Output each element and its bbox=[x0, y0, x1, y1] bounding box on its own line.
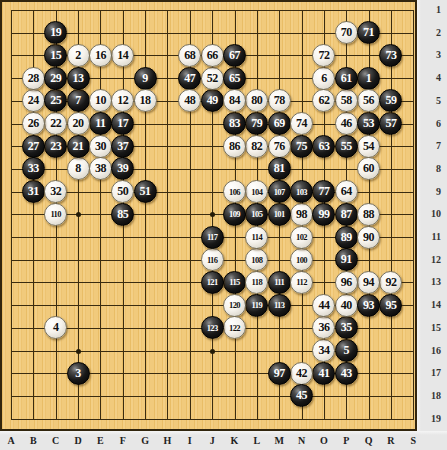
stone-46-P6: 46 bbox=[335, 112, 358, 135]
stone-39-F8: 39 bbox=[111, 157, 134, 180]
stone-68-I3: 68 bbox=[178, 44, 201, 67]
stone-23-C7: 23 bbox=[44, 135, 67, 158]
stone-121-J13: 121 bbox=[201, 271, 224, 294]
stone-4-C15: 4 bbox=[44, 316, 67, 339]
column-label-N: N bbox=[292, 434, 312, 447]
row-label-16: 16 bbox=[419, 345, 441, 357]
stone-94-Q13: 94 bbox=[357, 271, 380, 294]
column-label-R: R bbox=[381, 434, 401, 447]
star-point-J16 bbox=[210, 349, 215, 354]
column-label-B: B bbox=[23, 434, 43, 447]
row-label-13: 13 bbox=[419, 276, 441, 288]
stone-101-M10: 101 bbox=[268, 203, 291, 226]
column-label-E: E bbox=[90, 434, 110, 447]
stone-28-B4: 28 bbox=[22, 67, 45, 90]
stone-79-L6: 79 bbox=[245, 112, 268, 135]
column-label-H: H bbox=[157, 434, 177, 447]
stone-54-Q7: 54 bbox=[357, 135, 380, 158]
stone-99-O10: 99 bbox=[312, 203, 335, 226]
stone-47-I4: 47 bbox=[178, 67, 201, 90]
row-label-17: 17 bbox=[419, 367, 441, 379]
stone-106-K9: 106 bbox=[223, 180, 246, 203]
stone-116-J12: 116 bbox=[201, 248, 224, 271]
stone-66-J3: 66 bbox=[201, 44, 224, 67]
stone-81-M8: 81 bbox=[268, 157, 291, 180]
column-coordinate-strip: ABCDEFGHIJKLMNOPQRS bbox=[0, 431, 447, 450]
stone-85-F10: 85 bbox=[111, 203, 134, 226]
row-label-7: 7 bbox=[419, 140, 441, 152]
stone-82-L7: 82 bbox=[245, 135, 268, 158]
row-label-11: 11 bbox=[419, 231, 441, 243]
stone-75-N7: 75 bbox=[290, 135, 313, 158]
row-label-10: 10 bbox=[419, 208, 441, 220]
stone-55-P7: 55 bbox=[335, 135, 358, 158]
stone-7-D5: 7 bbox=[67, 89, 90, 112]
stone-65-K4: 65 bbox=[223, 67, 246, 90]
stone-71-Q2: 71 bbox=[357, 21, 380, 44]
row-label-12: 12 bbox=[419, 254, 441, 266]
stone-27-B7: 27 bbox=[22, 135, 45, 158]
row-label-15: 15 bbox=[419, 322, 441, 334]
column-label-G: G bbox=[135, 434, 155, 447]
stone-15-C3: 15 bbox=[44, 44, 67, 67]
grid-line-col-E bbox=[100, 10, 101, 420]
stone-111-M13: 111 bbox=[268, 271, 291, 294]
stone-109-K10: 109 bbox=[223, 203, 246, 226]
stone-9-G4: 9 bbox=[134, 67, 157, 90]
star-point-D16 bbox=[76, 349, 81, 354]
column-label-S: S bbox=[403, 434, 423, 447]
row-label-1: 1 bbox=[419, 4, 441, 16]
stone-29-C4: 29 bbox=[44, 67, 67, 90]
stone-96-P13: 96 bbox=[335, 271, 358, 294]
stone-38-E8: 38 bbox=[89, 157, 112, 180]
stone-40-P14: 40 bbox=[335, 294, 358, 317]
stone-8-D8: 8 bbox=[67, 157, 90, 180]
stone-44-O14: 44 bbox=[312, 294, 335, 317]
column-label-P: P bbox=[336, 434, 356, 447]
stone-91-P12: 91 bbox=[335, 248, 358, 271]
stone-100-N12: 100 bbox=[290, 248, 313, 271]
grid-line-col-S bbox=[413, 10, 414, 420]
row-label-5: 5 bbox=[419, 95, 441, 107]
stone-112-N13: 112 bbox=[290, 271, 313, 294]
row-label-14: 14 bbox=[419, 299, 441, 311]
row-label-8: 8 bbox=[419, 163, 441, 175]
stone-59-R5: 59 bbox=[379, 89, 402, 112]
stone-57-R6: 57 bbox=[379, 112, 402, 135]
stone-43-P17: 43 bbox=[335, 362, 358, 385]
stone-34-O16: 34 bbox=[312, 339, 335, 362]
stone-64-P9: 64 bbox=[335, 180, 358, 203]
row-label-6: 6 bbox=[419, 118, 441, 130]
stone-114-L11: 114 bbox=[245, 226, 268, 249]
column-label-L: L bbox=[247, 434, 267, 447]
stone-48-I5: 48 bbox=[178, 89, 201, 112]
stone-58-P5: 58 bbox=[335, 89, 358, 112]
stone-45-N18: 45 bbox=[290, 384, 313, 407]
stone-49-J5: 49 bbox=[201, 89, 224, 112]
stone-113-M14: 113 bbox=[268, 294, 291, 317]
stone-107-M9: 107 bbox=[268, 180, 291, 203]
stone-80-L5: 80 bbox=[245, 89, 268, 112]
stone-31-B9: 31 bbox=[22, 180, 45, 203]
stone-13-D4: 13 bbox=[67, 67, 90, 90]
stone-33-B8: 33 bbox=[22, 157, 45, 180]
stone-103-N9: 103 bbox=[290, 180, 313, 203]
stone-32-C9: 32 bbox=[44, 180, 67, 203]
stone-50-F9: 50 bbox=[111, 180, 134, 203]
stone-3-D17: 3 bbox=[67, 362, 90, 385]
row-label-2: 2 bbox=[419, 27, 441, 39]
stone-62-O5: 62 bbox=[312, 89, 335, 112]
stone-42-N17: 42 bbox=[290, 362, 313, 385]
stone-122-K15: 122 bbox=[223, 316, 246, 339]
stone-119-L14: 119 bbox=[245, 294, 268, 317]
stone-36-O15: 36 bbox=[312, 316, 335, 339]
stone-92-R13: 92 bbox=[379, 271, 402, 294]
stone-120-K14: 120 bbox=[223, 294, 246, 317]
stone-97-M17: 97 bbox=[268, 362, 291, 385]
stone-98-N10: 98 bbox=[290, 203, 313, 226]
go-board[interactable]: 1234567891011121314151617181920212223242… bbox=[0, 0, 417, 431]
go-kifu-diagram: 1234567891011121314151617181920212223242… bbox=[0, 0, 447, 450]
stone-1-Q4: 1 bbox=[357, 67, 380, 90]
row-label-9: 9 bbox=[419, 186, 441, 198]
column-label-M: M bbox=[269, 434, 289, 447]
stone-24-B5: 24 bbox=[22, 89, 45, 112]
stone-19-C2: 19 bbox=[44, 21, 67, 44]
stone-20-D6: 20 bbox=[67, 112, 90, 135]
stone-72-O3: 72 bbox=[312, 44, 335, 67]
stone-2-D3: 2 bbox=[67, 44, 90, 67]
stone-84-K5: 84 bbox=[223, 89, 246, 112]
stone-37-F7: 37 bbox=[111, 135, 134, 158]
stone-53-Q6: 53 bbox=[357, 112, 380, 135]
stone-67-K3: 67 bbox=[223, 44, 246, 67]
stone-21-D7: 21 bbox=[67, 135, 90, 158]
star-point-D10 bbox=[76, 212, 81, 217]
stone-110-C10: 110 bbox=[44, 203, 67, 226]
stone-35-P15: 35 bbox=[335, 316, 358, 339]
column-label-C: C bbox=[46, 434, 66, 447]
stone-105-L10: 105 bbox=[245, 203, 268, 226]
column-label-I: I bbox=[180, 434, 200, 447]
stone-73-R3: 73 bbox=[379, 44, 402, 67]
stone-115-K13: 115 bbox=[223, 271, 246, 294]
stone-123-J15: 123 bbox=[201, 316, 224, 339]
row-label-4: 4 bbox=[419, 72, 441, 84]
stone-11-E6: 11 bbox=[89, 112, 112, 135]
grid-line-col-R bbox=[391, 10, 392, 420]
stone-41-O17: 41 bbox=[312, 362, 335, 385]
stone-25-C5: 25 bbox=[44, 89, 67, 112]
stone-88-Q10: 88 bbox=[357, 203, 380, 226]
column-label-K: K bbox=[225, 434, 245, 447]
stone-93-Q14: 93 bbox=[357, 294, 380, 317]
row-label-18: 18 bbox=[419, 390, 441, 402]
stone-14-F3: 14 bbox=[111, 44, 134, 67]
stone-108-L12: 108 bbox=[245, 248, 268, 271]
column-label-J: J bbox=[202, 434, 222, 447]
stone-12-F5: 12 bbox=[111, 89, 134, 112]
stone-77-O9: 77 bbox=[312, 180, 335, 203]
stone-61-P4: 61 bbox=[335, 67, 358, 90]
stone-63-O7: 63 bbox=[312, 135, 335, 158]
stone-90-Q11: 90 bbox=[357, 226, 380, 249]
stone-118-L13: 118 bbox=[245, 271, 268, 294]
star-point-J10 bbox=[210, 212, 215, 217]
stone-22-C6: 22 bbox=[44, 112, 67, 135]
column-label-F: F bbox=[113, 434, 133, 447]
stone-6-O4: 6 bbox=[312, 67, 335, 90]
stone-56-Q5: 56 bbox=[357, 89, 380, 112]
stone-76-M7: 76 bbox=[268, 135, 291, 158]
column-label-O: O bbox=[314, 434, 334, 447]
stone-18-G5: 18 bbox=[134, 89, 157, 112]
stone-60-Q8: 60 bbox=[357, 157, 380, 180]
stone-102-N11: 102 bbox=[290, 226, 313, 249]
stone-52-J4: 52 bbox=[201, 67, 224, 90]
column-label-Q: Q bbox=[359, 434, 379, 447]
stone-74-N6: 74 bbox=[290, 112, 313, 135]
stone-104-L9: 104 bbox=[245, 180, 268, 203]
column-label-A: A bbox=[1, 434, 21, 447]
stone-95-R14: 95 bbox=[379, 294, 402, 317]
stone-70-P2: 70 bbox=[335, 21, 358, 44]
stone-83-K6: 83 bbox=[223, 112, 246, 135]
stone-10-E5: 10 bbox=[89, 89, 112, 112]
stone-51-G9: 51 bbox=[134, 180, 157, 203]
stone-16-E3: 16 bbox=[89, 44, 112, 67]
stone-17-F6: 17 bbox=[111, 112, 134, 135]
stone-26-B6: 26 bbox=[22, 112, 45, 135]
stone-78-M5: 78 bbox=[268, 89, 291, 112]
stone-5-P16: 5 bbox=[335, 339, 358, 362]
row-label-19: 19 bbox=[419, 413, 441, 425]
stone-89-P11: 89 bbox=[335, 226, 358, 249]
stone-69-M6: 69 bbox=[268, 112, 291, 135]
stone-87-P10: 87 bbox=[335, 203, 358, 226]
row-label-3: 3 bbox=[419, 49, 441, 61]
column-label-D: D bbox=[68, 434, 88, 447]
stone-117-J11: 117 bbox=[201, 226, 224, 249]
grid-line-col-H bbox=[167, 10, 168, 420]
row-coordinate-strip: 12345678910111213141516171819 bbox=[417, 0, 447, 431]
stone-86-K7: 86 bbox=[223, 135, 246, 158]
stone-30-E7: 30 bbox=[89, 135, 112, 158]
grid-line-col-A bbox=[11, 10, 12, 420]
